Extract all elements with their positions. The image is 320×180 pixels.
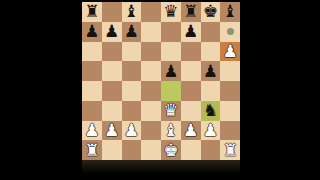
square-e4[interactable] xyxy=(161,81,181,101)
piece-black-rook[interactable]: ♜ xyxy=(84,3,99,20)
square-a7[interactable]: ♟ xyxy=(82,22,102,42)
piece-black-pawn[interactable]: ♟ xyxy=(84,23,99,40)
square-h4[interactable] xyxy=(220,81,240,101)
square-c5[interactable] xyxy=(122,61,142,81)
square-a3[interactable] xyxy=(82,101,102,121)
square-a4[interactable] xyxy=(82,81,102,101)
video-frame: ♜♝♛♜♚♝♟♟♟♟♟♟♟♛♞♟♟♟♝♟♟♜♚♜ xyxy=(0,0,320,180)
square-h7[interactable] xyxy=(220,22,240,42)
square-f7[interactable]: ♟ xyxy=(181,22,201,42)
piece-white-pawn[interactable]: ♟ xyxy=(203,121,218,138)
move-hint-dot xyxy=(227,28,234,35)
piece-black-bishop[interactable]: ♝ xyxy=(223,3,238,20)
square-c3[interactable] xyxy=(122,101,142,121)
square-b2[interactable]: ♟ xyxy=(102,121,122,141)
square-b1[interactable] xyxy=(102,140,122,160)
letterbox-left xyxy=(0,0,82,180)
letterbox-right xyxy=(240,0,320,180)
square-g3[interactable]: ♞ xyxy=(201,101,221,121)
square-f1[interactable] xyxy=(181,140,201,160)
square-c2[interactable]: ♟ xyxy=(122,121,142,141)
piece-black-rook[interactable]: ♜ xyxy=(183,3,198,20)
square-c6[interactable] xyxy=(122,42,142,62)
square-a1[interactable]: ♜ xyxy=(82,140,102,160)
square-f4[interactable] xyxy=(181,81,201,101)
square-c8[interactable]: ♝ xyxy=(122,2,142,22)
piece-white-rook[interactable]: ♜ xyxy=(223,141,238,158)
piece-white-king[interactable]: ♚ xyxy=(163,141,178,158)
board-shadow xyxy=(82,160,240,174)
square-e2[interactable]: ♝ xyxy=(161,121,181,141)
square-e6[interactable] xyxy=(161,42,181,62)
piece-black-pawn[interactable]: ♟ xyxy=(104,23,119,40)
square-h3[interactable] xyxy=(220,101,240,121)
square-f8[interactable]: ♜ xyxy=(181,2,201,22)
square-d2[interactable] xyxy=(141,121,161,141)
square-h5[interactable] xyxy=(220,61,240,81)
square-g6[interactable] xyxy=(201,42,221,62)
square-b6[interactable] xyxy=(102,42,122,62)
piece-white-pawn[interactable]: ♟ xyxy=(84,121,99,138)
piece-white-pawn[interactable]: ♟ xyxy=(223,42,238,59)
square-e5[interactable]: ♟ xyxy=(161,61,181,81)
square-f2[interactable]: ♟ xyxy=(181,121,201,141)
piece-black-pawn[interactable]: ♟ xyxy=(124,23,139,40)
piece-white-bishop[interactable]: ♝ xyxy=(163,121,178,138)
square-b5[interactable] xyxy=(102,61,122,81)
square-e7[interactable] xyxy=(161,22,181,42)
square-h2[interactable] xyxy=(220,121,240,141)
piece-black-bishop[interactable]: ♝ xyxy=(124,3,139,20)
piece-black-pawn[interactable]: ♟ xyxy=(203,62,218,79)
piece-white-pawn[interactable]: ♟ xyxy=(104,121,119,138)
square-f3[interactable] xyxy=(181,101,201,121)
square-b7[interactable]: ♟ xyxy=(102,22,122,42)
square-a8[interactable]: ♜ xyxy=(82,2,102,22)
square-a2[interactable]: ♟ xyxy=(82,121,102,141)
square-g2[interactable]: ♟ xyxy=(201,121,221,141)
square-b4[interactable] xyxy=(102,81,122,101)
square-h6[interactable]: ♟ xyxy=(220,42,240,62)
square-d6[interactable] xyxy=(141,42,161,62)
piece-white-queen[interactable]: ♛ xyxy=(163,102,178,119)
square-e8[interactable]: ♛ xyxy=(161,2,181,22)
square-c7[interactable]: ♟ xyxy=(122,22,142,42)
square-a6[interactable] xyxy=(82,42,102,62)
square-f5[interactable] xyxy=(181,61,201,81)
square-g4[interactable] xyxy=(201,81,221,101)
piece-white-pawn[interactable]: ♟ xyxy=(124,121,139,138)
square-f6[interactable] xyxy=(181,42,201,62)
square-e1[interactable]: ♚ xyxy=(161,140,181,160)
square-g5[interactable]: ♟ xyxy=(201,61,221,81)
piece-black-pawn[interactable]: ♟ xyxy=(183,23,198,40)
piece-black-queen[interactable]: ♛ xyxy=(163,3,178,20)
square-d1[interactable] xyxy=(141,140,161,160)
square-g8[interactable]: ♚ xyxy=(201,2,221,22)
piece-black-knight[interactable]: ♞ xyxy=(203,102,218,119)
square-b3[interactable] xyxy=(102,101,122,121)
piece-white-pawn[interactable]: ♟ xyxy=(183,121,198,138)
square-g7[interactable] xyxy=(201,22,221,42)
chess-board: ♜♝♛♜♚♝♟♟♟♟♟♟♟♛♞♟♟♟♝♟♟♜♚♜ xyxy=(82,2,240,160)
square-d7[interactable] xyxy=(141,22,161,42)
piece-white-rook[interactable]: ♜ xyxy=(84,141,99,158)
piece-black-king[interactable]: ♚ xyxy=(203,3,218,20)
square-h1[interactable]: ♜ xyxy=(220,140,240,160)
square-d4[interactable] xyxy=(141,81,161,101)
square-e3[interactable]: ♛ xyxy=(161,101,181,121)
piece-black-pawn[interactable]: ♟ xyxy=(163,62,178,79)
square-c1[interactable] xyxy=(122,140,142,160)
square-d5[interactable] xyxy=(141,61,161,81)
square-h8[interactable]: ♝ xyxy=(220,2,240,22)
square-b8[interactable] xyxy=(102,2,122,22)
square-d8[interactable] xyxy=(141,2,161,22)
square-a5[interactable] xyxy=(82,61,102,81)
square-d3[interactable] xyxy=(141,101,161,121)
square-c4[interactable] xyxy=(122,81,142,101)
square-g1[interactable] xyxy=(201,140,221,160)
